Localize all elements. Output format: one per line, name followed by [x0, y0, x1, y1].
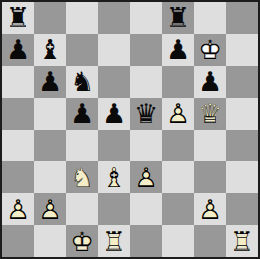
black-bishop-glyph: ♝ [34, 34, 66, 66]
piece-white-pawn: ♟♙ [2, 193, 34, 225]
piece-black-pawn: ♟ [98, 98, 130, 130]
square-h3[interactable] [226, 161, 258, 193]
square-b8[interactable] [34, 2, 66, 34]
square-b6[interactable]: ♟ [34, 66, 66, 98]
black-pawn-glyph: ♟ [162, 34, 194, 66]
square-h1[interactable]: ♜♖ [226, 225, 258, 257]
white-pawn-outline: ♙ [130, 161, 162, 193]
square-h8[interactable] [226, 2, 258, 34]
square-g6[interactable]: ♟ [194, 66, 226, 98]
square-f8[interactable]: ♜ [162, 2, 194, 34]
piece-white-rook: ♜♖ [226, 225, 258, 257]
square-a1[interactable] [2, 225, 34, 257]
square-e5[interactable]: ♛ [130, 98, 162, 130]
square-h2[interactable] [226, 193, 258, 225]
piece-black-pawn: ♟ [34, 66, 66, 98]
square-f4[interactable] [162, 130, 194, 162]
square-g4[interactable] [194, 130, 226, 162]
square-f7[interactable]: ♟ [162, 34, 194, 66]
square-f2[interactable] [162, 193, 194, 225]
white-pawn-outline: ♙ [34, 193, 66, 225]
square-f6[interactable] [162, 66, 194, 98]
square-c5[interactable]: ♟ [66, 98, 98, 130]
black-pawn-glyph: ♟ [66, 98, 98, 130]
white-pawn-outline: ♙ [162, 98, 194, 130]
piece-white-pawn: ♟♙ [130, 161, 162, 193]
square-e4[interactable] [130, 130, 162, 162]
square-d5[interactable]: ♟ [98, 98, 130, 130]
black-pawn-glyph: ♟ [34, 66, 66, 98]
square-e1[interactable] [130, 225, 162, 257]
square-d3[interactable]: ♝♗ [98, 161, 130, 193]
piece-white-knight: ♞♘ [66, 161, 98, 193]
square-g8[interactable] [194, 2, 226, 34]
piece-black-knight: ♞ [66, 66, 98, 98]
white-rook-outline: ♖ [98, 225, 130, 257]
piece-white-queen: ♛♕ [194, 98, 226, 130]
square-g3[interactable] [194, 161, 226, 193]
piece-black-queen: ♛ [130, 98, 162, 130]
piece-black-bishop: ♝ [34, 34, 66, 66]
white-knight-outline: ♘ [66, 161, 98, 193]
black-pawn-glyph: ♟ [2, 34, 34, 66]
white-pawn-outline: ♙ [2, 193, 34, 225]
piece-black-pawn: ♟ [162, 34, 194, 66]
square-f3[interactable] [162, 161, 194, 193]
square-h6[interactable] [226, 66, 258, 98]
square-b7[interactable]: ♝ [34, 34, 66, 66]
square-c8[interactable] [66, 2, 98, 34]
piece-black-rook: ♜ [2, 2, 34, 34]
square-e2[interactable] [130, 193, 162, 225]
piece-white-rook: ♜♖ [98, 225, 130, 257]
square-a2[interactable]: ♟♙ [2, 193, 34, 225]
square-c3[interactable]: ♞♘ [66, 161, 98, 193]
square-f1[interactable] [162, 225, 194, 257]
square-e8[interactable] [130, 2, 162, 34]
piece-black-pawn: ♟ [194, 66, 226, 98]
black-pawn-glyph: ♟ [194, 66, 226, 98]
square-c2[interactable] [66, 193, 98, 225]
square-a5[interactable] [2, 98, 34, 130]
piece-black-pawn: ♟ [2, 34, 34, 66]
white-king-outline: ♔ [66, 225, 98, 257]
black-knight-glyph: ♞ [66, 66, 98, 98]
square-g5[interactable]: ♛♕ [194, 98, 226, 130]
black-queen-glyph: ♛ [130, 98, 162, 130]
piece-white-bishop: ♝♗ [98, 161, 130, 193]
square-d7[interactable] [98, 34, 130, 66]
square-a3[interactable] [2, 161, 34, 193]
piece-black-pawn: ♟ [66, 98, 98, 130]
square-c1[interactable]: ♚♔ [66, 225, 98, 257]
black-rook-glyph: ♜ [162, 2, 194, 34]
square-d1[interactable]: ♜♖ [98, 225, 130, 257]
chess-board: ♜♜♟♝♟♚♔♟♞♟♟♟♛♟♙♛♕♞♘♝♗♟♙♟♙♟♙♟♙♚♔♜♖♜♖ [0, 0, 260, 259]
square-a8[interactable]: ♜ [2, 2, 34, 34]
square-d2[interactable] [98, 193, 130, 225]
piece-white-pawn: ♟♙ [194, 193, 226, 225]
square-c7[interactable] [66, 34, 98, 66]
white-rook-outline: ♖ [226, 225, 258, 257]
square-d6[interactable] [98, 66, 130, 98]
black-king-outline: ♔ [194, 34, 226, 66]
piece-white-king: ♚♔ [66, 225, 98, 257]
square-b1[interactable] [34, 225, 66, 257]
square-b5[interactable] [34, 98, 66, 130]
square-e6[interactable] [130, 66, 162, 98]
piece-white-pawn: ♟♙ [162, 98, 194, 130]
piece-black-king: ♚♔ [194, 34, 226, 66]
square-h4[interactable] [226, 130, 258, 162]
piece-black-rook: ♜ [162, 2, 194, 34]
square-e7[interactable] [130, 34, 162, 66]
square-g1[interactable] [194, 225, 226, 257]
black-rook-glyph: ♜ [2, 2, 34, 34]
square-h5[interactable] [226, 98, 258, 130]
square-b3[interactable] [34, 161, 66, 193]
white-queen-outline: ♕ [194, 98, 226, 130]
square-d4[interactable] [98, 130, 130, 162]
white-bishop-outline: ♗ [98, 161, 130, 193]
square-b2[interactable]: ♟♙ [34, 193, 66, 225]
square-g2[interactable]: ♟♙ [194, 193, 226, 225]
square-g7[interactable]: ♚♔ [194, 34, 226, 66]
white-pawn-outline: ♙ [194, 193, 226, 225]
square-d8[interactable] [98, 2, 130, 34]
square-h7[interactable] [226, 34, 258, 66]
square-a6[interactable] [2, 66, 34, 98]
square-c4[interactable] [66, 130, 98, 162]
square-a4[interactable] [2, 130, 34, 162]
black-pawn-glyph: ♟ [98, 98, 130, 130]
square-f5[interactable]: ♟♙ [162, 98, 194, 130]
square-b4[interactable] [34, 130, 66, 162]
square-e3[interactable]: ♟♙ [130, 161, 162, 193]
square-c6[interactable]: ♞ [66, 66, 98, 98]
square-a7[interactable]: ♟ [2, 34, 34, 66]
piece-white-pawn: ♟♙ [34, 193, 66, 225]
